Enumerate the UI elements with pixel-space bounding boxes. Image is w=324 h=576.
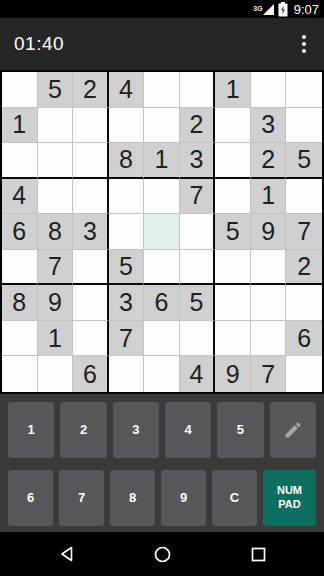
cell-r4c5[interactable] [144, 179, 180, 215]
cell-r6c4[interactable]: 5 [109, 250, 145, 286]
cell-r5c3[interactable]: 3 [73, 214, 109, 250]
battery-charging-icon [278, 2, 288, 17]
cell-r6c7[interactable] [215, 250, 251, 286]
sudoku-app: 3G 9:07 01:40 52411238132547168359775289… [0, 0, 324, 576]
cell-r8c2[interactable]: 1 [38, 321, 74, 357]
cell-r9c1[interactable] [2, 356, 38, 392]
cell-r6c8[interactable] [251, 250, 287, 286]
cell-r4c8[interactable]: 1 [251, 179, 287, 215]
key-8[interactable]: 8 [110, 470, 155, 526]
cell-r6c2[interactable]: 7 [38, 250, 74, 286]
key-3[interactable]: 3 [113, 402, 159, 458]
cell-r2c8[interactable]: 3 [251, 108, 287, 144]
key-7[interactable]: 7 [59, 470, 104, 526]
key-5[interactable]: 5 [217, 402, 263, 458]
cell-r4c9[interactable] [286, 179, 322, 215]
cell-r7c3[interactable] [73, 285, 109, 321]
status-bar: 3G 9:07 [0, 0, 324, 18]
cell-r5c8[interactable]: 9 [251, 214, 287, 250]
cell-r7c1[interactable]: 8 [2, 285, 38, 321]
cell-r8c8[interactable] [251, 321, 287, 357]
cell-r7c7[interactable] [215, 285, 251, 321]
cell-r7c5[interactable]: 6 [144, 285, 180, 321]
cell-r4c4[interactable] [109, 179, 145, 215]
cell-r7c6[interactable]: 5 [180, 285, 216, 321]
cell-r3c9[interactable]: 5 [286, 143, 322, 179]
cell-r3c6[interactable]: 3 [180, 143, 216, 179]
keypad-row-2: 6 7 8 9 C NUM PAD [8, 470, 316, 526]
cell-r7c9[interactable] [286, 285, 322, 321]
clock-time: 9:07 [294, 2, 319, 17]
cell-r4c7[interactable] [215, 179, 251, 215]
cell-r7c2[interactable]: 9 [38, 285, 74, 321]
cell-r2c9[interactable] [286, 108, 322, 144]
cell-r2c2[interactable] [38, 108, 74, 144]
cell-r1c3[interactable]: 2 [73, 72, 109, 108]
home-icon[interactable] [150, 542, 175, 567]
cell-r4c6[interactable]: 7 [180, 179, 216, 215]
cell-r8c1[interactable] [2, 321, 38, 357]
cell-r3c8[interactable]: 2 [251, 143, 287, 179]
cell-r8c9[interactable]: 6 [286, 321, 322, 357]
cell-r3c3[interactable] [73, 143, 109, 179]
cell-r1c9[interactable] [286, 72, 322, 108]
cell-r2c5[interactable] [144, 108, 180, 144]
cell-r9c4[interactable] [109, 356, 145, 392]
app-bar: 01:40 [0, 18, 324, 70]
cell-r6c3[interactable] [73, 250, 109, 286]
cell-r6c9[interactable]: 2 [286, 250, 322, 286]
key-clear[interactable]: C [212, 470, 257, 526]
cell-r8c3[interactable] [73, 321, 109, 357]
cell-r2c6[interactable]: 2 [180, 108, 216, 144]
cell-r5c5[interactable] [144, 214, 180, 250]
cell-r3c2[interactable] [38, 143, 74, 179]
cell-r9c5[interactable] [144, 356, 180, 392]
cell-r9c3[interactable]: 6 [73, 356, 109, 392]
pencil-icon [283, 420, 303, 440]
cell-r5c2[interactable]: 8 [38, 214, 74, 250]
cell-r1c1[interactable] [2, 72, 38, 108]
cell-r3c7[interactable] [215, 143, 251, 179]
cell-r1c2[interactable]: 5 [38, 72, 74, 108]
numpad-toggle-button[interactable]: NUM PAD [263, 470, 316, 526]
cell-r5c7[interactable]: 5 [215, 214, 251, 250]
cell-r2c7[interactable] [215, 108, 251, 144]
key-2[interactable]: 2 [60, 402, 106, 458]
key-6[interactable]: 6 [8, 470, 53, 526]
cell-r6c6[interactable] [180, 250, 216, 286]
keypad-row-1: 1 2 3 4 5 [8, 402, 316, 458]
cell-r8c4[interactable]: 7 [109, 321, 145, 357]
cell-r1c4[interactable]: 4 [109, 72, 145, 108]
cell-signal-icon: 3G [253, 4, 273, 15]
cell-r5c6[interactable] [180, 214, 216, 250]
key-1[interactable]: 1 [8, 402, 54, 458]
cell-r7c4[interactable]: 3 [109, 285, 145, 321]
cell-r5c9[interactable]: 7 [286, 214, 322, 250]
cell-r9c7[interactable]: 9 [215, 356, 251, 392]
cell-r8c6[interactable] [180, 321, 216, 357]
key-4[interactable]: 4 [165, 402, 211, 458]
cell-r5c4[interactable] [109, 214, 145, 250]
cell-r9c9[interactable] [286, 356, 322, 392]
cell-r4c1[interactable]: 4 [2, 179, 38, 215]
overflow-menu-icon[interactable] [298, 29, 310, 59]
cell-r2c3[interactable] [73, 108, 109, 144]
cell-r1c5[interactable] [144, 72, 180, 108]
cell-r1c6[interactable] [180, 72, 216, 108]
cell-r6c1[interactable] [2, 250, 38, 286]
cell-r1c7[interactable]: 1 [215, 72, 251, 108]
cell-r9c2[interactable] [38, 356, 74, 392]
cell-r9c8[interactable]: 7 [251, 356, 287, 392]
cell-r3c1[interactable] [2, 143, 38, 179]
cell-r9c6[interactable]: 4 [180, 356, 216, 392]
key-9[interactable]: 9 [161, 470, 206, 526]
recents-icon[interactable] [247, 543, 270, 566]
sudoku-board: 524112381325471683597752893651766497 [0, 70, 324, 394]
back-icon[interactable] [55, 542, 78, 566]
cell-r2c1[interactable]: 1 [2, 108, 38, 144]
cell-r8c7[interactable] [215, 321, 251, 357]
cell-r4c2[interactable] [38, 179, 74, 215]
cell-r5c1[interactable]: 6 [2, 214, 38, 250]
cell-r3c5[interactable]: 1 [144, 143, 180, 179]
cell-r7c8[interactable] [251, 285, 287, 321]
cell-r2c4[interactable] [109, 108, 145, 144]
cell-r3c4[interactable]: 8 [109, 143, 145, 179]
cell-r8c5[interactable] [144, 321, 180, 357]
cell-r4c3[interactable] [73, 179, 109, 215]
number-keypad: 1 2 3 4 5 6 7 8 9 C NUM PAD [0, 394, 324, 532]
android-nav-bar [0, 532, 324, 576]
pencil-button[interactable] [270, 402, 316, 458]
cell-r1c8[interactable] [251, 72, 287, 108]
cell-r6c5[interactable] [144, 250, 180, 286]
game-timer: 01:40 [14, 33, 298, 55]
